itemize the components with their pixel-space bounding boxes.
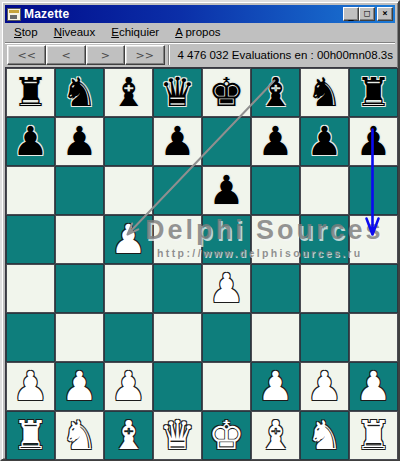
menu-echiquier[interactable]: Echiquier: [103, 24, 167, 40]
nav-back-button[interactable]: <: [46, 45, 85, 65]
square-d8[interactable]: ♛: [153, 68, 202, 117]
chessboard-area: ♜♞♝♛♚♝♞♜♟♟♟♟♟♟♟♟♟♟♟♟♟♟♟♜♞♝♛♚♝♞♜ Delphi S…: [5, 67, 397, 459]
piece-black-bishop: ♝: [258, 69, 294, 116]
piece-white-pawn: ♟: [258, 363, 294, 410]
square-e2[interactable]: [202, 362, 251, 411]
piece-black-pawn: ♟: [307, 118, 343, 165]
square-b5[interactable]: [55, 215, 104, 264]
square-d7[interactable]: ♟: [153, 117, 202, 166]
square-e6[interactable]: ♟: [202, 166, 251, 215]
piece-black-pawn: ♟: [160, 118, 196, 165]
menu-a-propos[interactable]: A propos: [167, 24, 228, 40]
square-b2[interactable]: ♟: [55, 362, 104, 411]
square-g8[interactable]: ♞: [300, 68, 349, 117]
square-g4[interactable]: [300, 264, 349, 313]
piece-white-knight: ♞: [62, 412, 98, 459]
piece-black-pawn: ♟: [209, 167, 245, 214]
chessboard: ♜♞♝♛♚♝♞♜♟♟♟♟♟♟♟♟♟♟♟♟♟♟♟♜♞♝♛♚♝♞♜: [5, 67, 397, 459]
app-icon: [7, 8, 21, 21]
piece-white-bishop: ♝: [111, 412, 147, 459]
square-e5[interactable]: [202, 215, 251, 264]
piece-white-knight: ♞: [307, 412, 343, 459]
menu-stop[interactable]: Stop: [6, 24, 46, 40]
piece-white-pawn: ♟: [356, 363, 392, 410]
piece-white-pawn: ♟: [307, 363, 343, 410]
square-d4[interactable]: [153, 264, 202, 313]
square-c6[interactable]: [104, 166, 153, 215]
piece-white-king: ♚: [209, 412, 245, 459]
square-f3[interactable]: [251, 313, 300, 362]
piece-black-pawn: ♟: [356, 118, 392, 165]
minimize-button[interactable]: _: [343, 7, 359, 21]
piece-white-pawn: ♟: [111, 363, 147, 410]
square-g2[interactable]: ♟: [300, 362, 349, 411]
square-g7[interactable]: ♟: [300, 117, 349, 166]
square-b3[interactable]: [55, 313, 104, 362]
square-f4[interactable]: [251, 264, 300, 313]
piece-black-bishop: ♝: [111, 69, 147, 116]
piece-black-pawn: ♟: [13, 118, 49, 165]
square-c2[interactable]: ♟: [104, 362, 153, 411]
piece-black-king: ♚: [209, 69, 245, 116]
square-b7[interactable]: ♟: [55, 117, 104, 166]
square-f8[interactable]: ♝: [251, 68, 300, 117]
square-a5[interactable]: [6, 215, 55, 264]
square-g5[interactable]: [300, 215, 349, 264]
square-h5[interactable]: [349, 215, 398, 264]
square-d3[interactable]: [153, 313, 202, 362]
title-bar[interactable]: Mazette _ □ ×: [5, 5, 395, 23]
square-d6[interactable]: [153, 166, 202, 215]
piece-white-bishop: ♝: [258, 412, 294, 459]
square-c5[interactable]: ♟: [104, 215, 153, 264]
square-f7[interactable]: ♟: [251, 117, 300, 166]
square-f2[interactable]: ♟: [251, 362, 300, 411]
square-e8[interactable]: ♚: [202, 68, 251, 117]
piece-black-rook: ♜: [356, 69, 392, 116]
square-c8[interactable]: ♝: [104, 68, 153, 117]
square-d1[interactable]: ♛: [153, 411, 202, 460]
square-f5[interactable]: [251, 215, 300, 264]
piece-black-knight: ♞: [307, 69, 343, 116]
nav-forward-button[interactable]: >: [86, 45, 125, 65]
window-title: Mazette: [24, 7, 69, 21]
menu-niveaux[interactable]: Niveaux: [46, 24, 104, 40]
square-d5[interactable]: [153, 215, 202, 264]
piece-white-queen: ♛: [160, 412, 196, 459]
toolbar-separator: [168, 45, 170, 65]
square-a1[interactable]: ♜: [6, 411, 55, 460]
square-b4[interactable]: [55, 264, 104, 313]
square-h7[interactable]: ♟: [349, 117, 398, 166]
nav-last-button[interactable]: >>: [125, 45, 164, 65]
piece-white-rook: ♜: [13, 412, 49, 459]
square-h8[interactable]: ♜: [349, 68, 398, 117]
square-b1[interactable]: ♞: [55, 411, 104, 460]
piece-white-pawn: ♟: [209, 265, 245, 312]
square-e7[interactable]: [202, 117, 251, 166]
piece-black-queen: ♛: [160, 69, 196, 116]
evaluation-status: 4 476 032 Evaluations en : 00h00mn08.3s: [174, 49, 393, 61]
menu-bar: Stop Niveaux Echiquier A propos: [5, 23, 395, 42]
square-c1[interactable]: ♝: [104, 411, 153, 460]
square-a4[interactable]: [6, 264, 55, 313]
square-f1[interactable]: ♝: [251, 411, 300, 460]
square-a3[interactable]: [6, 313, 55, 362]
nav-first-button[interactable]: <<: [7, 45, 46, 65]
square-g3[interactable]: [300, 313, 349, 362]
square-h6[interactable]: [349, 166, 398, 215]
square-e3[interactable]: [202, 313, 251, 362]
square-b8[interactable]: ♞: [55, 68, 104, 117]
square-a2[interactable]: ♟: [6, 362, 55, 411]
square-h2[interactable]: ♟: [349, 362, 398, 411]
square-c4[interactable]: [104, 264, 153, 313]
piece-white-pawn: ♟: [62, 363, 98, 410]
square-h3[interactable]: [349, 313, 398, 362]
square-c3[interactable]: [104, 313, 153, 362]
square-b6[interactable]: [55, 166, 104, 215]
piece-black-pawn: ♟: [62, 118, 98, 165]
square-a7[interactable]: ♟: [6, 117, 55, 166]
toolbar: << < > >> 4 476 032 Evaluations en : 00h…: [5, 42, 395, 67]
app-window: Mazette _ □ × Stop Niveaux Echiquier A p…: [0, 0, 400, 461]
maximize-button[interactable]: □: [359, 7, 375, 21]
square-e4[interactable]: ♟: [202, 264, 251, 313]
square-c7[interactable]: [104, 117, 153, 166]
piece-black-pawn: ♟: [258, 118, 294, 165]
piece-white-rook: ♜: [356, 412, 392, 459]
square-h4[interactable]: [349, 264, 398, 313]
piece-black-rook: ♜: [13, 69, 49, 116]
square-g1[interactable]: ♞: [300, 411, 349, 460]
piece-white-pawn: ♟: [111, 216, 147, 263]
square-d2[interactable]: [153, 362, 202, 411]
square-f6[interactable]: [251, 166, 300, 215]
piece-white-pawn: ♟: [13, 363, 49, 410]
square-g6[interactable]: [300, 166, 349, 215]
piece-black-knight: ♞: [62, 69, 98, 116]
square-h1[interactable]: ♜: [349, 411, 398, 460]
square-e1[interactable]: ♚: [202, 411, 251, 460]
square-a8[interactable]: ♜: [6, 68, 55, 117]
square-a6[interactable]: [6, 166, 55, 215]
close-button[interactable]: ×: [377, 7, 393, 21]
